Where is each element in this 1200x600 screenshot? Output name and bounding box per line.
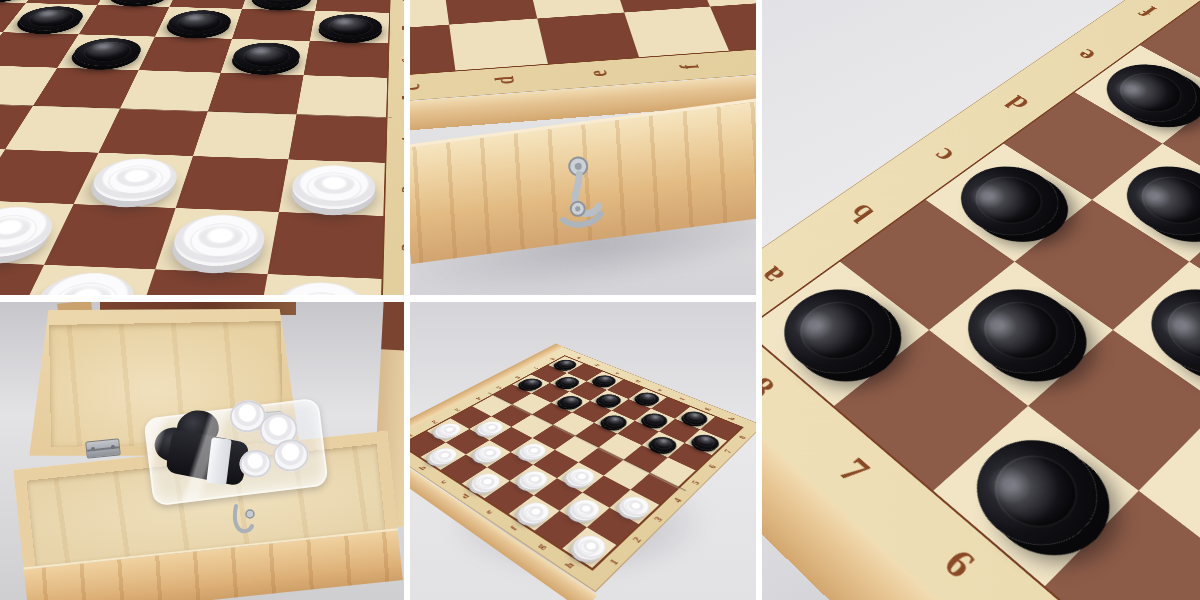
rank-label-8: 8 [548,357,556,361]
photo-collage: aabbccddeeffgghh1234567812345678 aabbccd… [0,0,1200,600]
file-label-g: g [702,406,712,411]
photo-panel-board-perspective: aabbccddeeffgghh1234567812345678 [0,0,404,295]
file-label-e: e [484,508,495,515]
square-f6 [139,37,232,73]
rank-label-7: 7 [531,366,539,370]
file-label-f: f [1136,3,1161,19]
rank-label-7: 7 [398,26,404,31]
checkers-board-perspective: aabbccddeeffgghh1234567812345678 [0,0,404,295]
hinge-knuckle [87,447,119,452]
background-dark-square-sliver [381,302,404,351]
square-g5 [208,73,304,115]
square-h4 [288,114,386,162]
square-h5 [297,75,388,117]
rank-label-2: 2 [630,535,643,544]
rank-label-4: 4 [671,496,683,503]
checkers-board-black-side: aabbccddeeffgghh1234567812345678 [762,0,1200,600]
rank-label-3: 3 [452,407,461,412]
file-label-e: e [583,69,611,77]
square-g4 [193,111,297,159]
square-h2 [268,212,384,279]
rank-label-5: 5 [494,385,502,389]
file-label-a: a [762,262,790,290]
scene-board-perspective: aabbccddeeffgghh1234567812345678 [0,0,404,295]
rank-label-2: 2 [429,419,438,424]
file-label-d: d [490,76,518,86]
square-g7 [232,9,315,41]
file-label-c: c [613,371,621,375]
file-label-f: f [509,524,519,531]
checkers-board-full-set: aabbccddeeffgghh1234567812345678 [410,347,756,592]
file-label-b: b [418,464,428,471]
file-label-f: f [678,397,686,401]
rank-label-7: 7 [722,448,733,454]
bagged-black-piece-stack [165,428,250,486]
square-d1 [449,19,548,71]
scene-black-men: aabbccddeeffgghh1234567812345678 [762,0,1200,600]
rank-label-3: 3 [397,185,404,193]
bagged-black-piece [153,425,195,463]
scene-full-set: aabbccddeeffgghh1234567812345678 [410,302,756,600]
rank-label-8: 8 [737,434,747,439]
file-label-e: e [655,388,664,392]
file-label-d: d [633,379,642,383]
file-label-b: b [842,200,879,227]
clasp-hook-icon [230,502,256,536]
rank-label-8: 8 [762,372,781,405]
file-label-d: d [460,492,471,499]
rank-label-4: 4 [397,137,404,144]
clasp-hook-icon [547,150,617,237]
square-g3 [176,156,289,212]
file-label-h: h [563,560,576,570]
rank-label-7: 7 [832,452,876,489]
square-c1 [410,25,455,78]
rank-label-5: 5 [398,95,404,101]
bagged-white-piece [258,410,300,448]
rank-label-4: 4 [474,396,483,400]
file-label-c: c [410,83,424,91]
file-label-g: g [535,541,547,550]
file-label-e: e [1071,46,1100,65]
bagged-white-piece [271,437,311,473]
rank-label-1: 1 [607,557,620,566]
rank-label-5: 5 [689,479,700,486]
hinge-icon [85,438,121,458]
square-h6 [304,41,389,78]
file-label-c: c [439,478,449,484]
rank-label-2: 2 [396,242,404,252]
photo-panel-black-men-closeup: aabbccddeeffgghh1234567812345678 [762,0,1200,600]
file-label-b: b [593,363,601,367]
bagged-black-piece [175,408,221,449]
photo-panel-closed-box: aabbccddeeffgghh1234567812345678 [410,0,756,295]
rank-label-6: 6 [398,58,404,63]
rank-label-3: 3 [651,515,663,523]
photo-panel-full-set: aabbccddeeffgghh1234567812345678 [410,302,756,600]
file-label-d: d [1000,92,1033,114]
rank-label-6: 6 [513,375,521,379]
photo-panel-open-box [0,302,404,600]
white-wrap-band [206,437,231,485]
rank-label-8: 8 [399,0,404,2]
file-label-h: h [727,416,737,421]
file-label-c: c [926,145,959,168]
rank-label-6: 6 [936,543,981,585]
square-f5 [120,70,221,111]
rank-label-6: 6 [706,463,717,469]
square-e1 [537,12,639,63]
bagged-white-piece [238,448,273,480]
file-label-a: a [574,356,582,360]
file-label-f: f [675,64,703,70]
rank-label-1: 1 [410,432,414,437]
board-grid [410,356,741,568]
